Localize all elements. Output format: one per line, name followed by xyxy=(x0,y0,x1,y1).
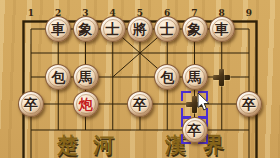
piece-black-horse[interactable]: 馬 xyxy=(182,64,208,90)
piece-glyph: 包 xyxy=(160,70,174,84)
mouse-cursor-icon xyxy=(197,92,211,112)
piece-glyph: 士 xyxy=(160,22,174,36)
piece-black-chariot[interactable]: 車 xyxy=(209,16,235,42)
piece-glyph: 象 xyxy=(188,22,202,36)
piece-glyph: 卒 xyxy=(133,97,147,111)
column-label-9: 9 xyxy=(243,8,255,18)
piece-glyph: 馬 xyxy=(188,70,202,84)
piece-black-soldier[interactable]: 卒 xyxy=(127,91,153,117)
piece-glyph: 炮 xyxy=(79,97,93,111)
piece-black-advisor[interactable]: 士 xyxy=(100,16,126,42)
river-text-chu-he: 楚河 xyxy=(57,131,129,158)
piece-glyph: 將 xyxy=(133,22,147,36)
piece-glyph: 卒 xyxy=(24,97,38,111)
last-move-cross-marker xyxy=(213,69,230,86)
piece-glyph: 車 xyxy=(215,22,229,36)
piece-glyph: 象 xyxy=(79,22,93,36)
piece-red-cannon[interactable]: 炮 xyxy=(73,91,99,117)
piece-black-elephant[interactable]: 象 xyxy=(182,16,208,42)
piece-black-elephant[interactable]: 象 xyxy=(73,16,99,42)
piece-glyph: 卒 xyxy=(188,123,202,137)
piece-glyph: 車 xyxy=(51,22,65,36)
piece-glyph: 卒 xyxy=(242,97,256,111)
piece-black-soldier[interactable]: 卒 xyxy=(236,91,262,117)
piece-glyph: 包 xyxy=(51,70,65,84)
piece-black-general[interactable]: 將 xyxy=(127,16,153,42)
piece-black-soldier[interactable]: 卒 xyxy=(18,91,44,117)
piece-black-soldier[interactable]: 卒 xyxy=(182,117,208,143)
column-label-1: 1 xyxy=(25,8,37,18)
piece-glyph: 士 xyxy=(106,22,120,36)
piece-black-horse[interactable]: 馬 xyxy=(73,64,99,90)
xiangqi-board[interactable]: 123456789 楚河 漢界 車象士將士象車包馬包馬卒炮卒卒卒 xyxy=(0,0,280,158)
piece-glyph: 馬 xyxy=(79,70,93,84)
